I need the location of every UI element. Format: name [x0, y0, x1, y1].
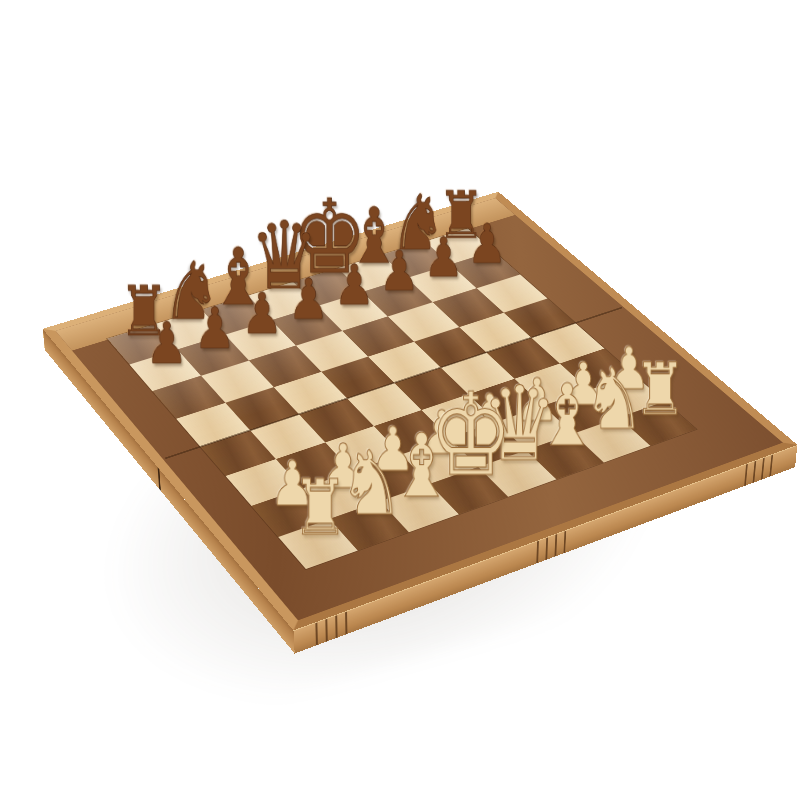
- piece-dark-pawn[interactable]: ♟: [110, 315, 224, 373]
- square-a7[interactable]: ♟: [129, 350, 201, 392]
- square-a1[interactable]: ♜: [278, 519, 358, 569]
- piece-light-rook[interactable]: ♜: [258, 470, 383, 546]
- product-photo-scene: ♜♞♝♛♚♝♞♜♟♟♟♟♟♟♟♟♟♟♟♟♟♟♟♟♜♞♝♚♛♝♞♜: [0, 0, 800, 800]
